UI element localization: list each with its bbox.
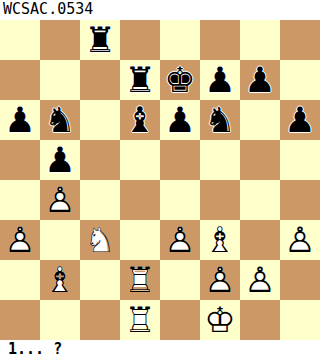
white-pawn[interactable]: ♟♙ bbox=[0, 220, 40, 260]
square-d1[interactable]: ♜♖ bbox=[120, 300, 160, 340]
square-f3[interactable]: ♝♗ bbox=[200, 220, 240, 260]
chess-board: ♜♜♚♟♟♟♞♝♟♞♟♟♟♙♟♙♞♘♟♙♝♗♟♙♝♗♜♖♟♙♟♙♜♖♚♔ bbox=[0, 20, 320, 340]
black-pawn[interactable]: ♟ bbox=[200, 60, 240, 100]
square-g1[interactable] bbox=[240, 300, 280, 340]
square-a2[interactable] bbox=[0, 260, 40, 300]
square-e6[interactable]: ♟ bbox=[160, 100, 200, 140]
black-piece-glyph: ♟ bbox=[240, 60, 280, 100]
white-piece-outline: ♖ bbox=[120, 260, 160, 300]
square-d3[interactable] bbox=[120, 220, 160, 260]
black-knight[interactable]: ♞ bbox=[200, 100, 240, 140]
white-pawn[interactable]: ♟♙ bbox=[160, 220, 200, 260]
square-d2[interactable]: ♜♖ bbox=[120, 260, 160, 300]
square-h4[interactable] bbox=[280, 180, 320, 220]
square-g5[interactable] bbox=[240, 140, 280, 180]
white-piece-outline: ♙ bbox=[40, 180, 80, 220]
black-piece-glyph: ♜ bbox=[120, 60, 160, 100]
square-a6[interactable]: ♟ bbox=[0, 100, 40, 140]
square-e4[interactable] bbox=[160, 180, 200, 220]
black-piece-glyph: ♚ bbox=[160, 60, 200, 100]
white-knight[interactable]: ♞♘ bbox=[80, 220, 120, 260]
square-f5[interactable] bbox=[200, 140, 240, 180]
square-g7[interactable]: ♟ bbox=[240, 60, 280, 100]
square-d8[interactable] bbox=[120, 20, 160, 60]
black-piece-glyph: ♜ bbox=[80, 20, 120, 60]
black-rook[interactable]: ♜ bbox=[120, 60, 160, 100]
square-h2[interactable] bbox=[280, 260, 320, 300]
square-h3[interactable]: ♟♙ bbox=[280, 220, 320, 260]
square-h8[interactable] bbox=[280, 20, 320, 60]
square-b7[interactable] bbox=[40, 60, 80, 100]
white-piece-outline: ♗ bbox=[40, 260, 80, 300]
white-piece-outline: ♙ bbox=[0, 220, 40, 260]
square-d6[interactable]: ♝ bbox=[120, 100, 160, 140]
black-piece-glyph: ♞ bbox=[40, 100, 80, 140]
black-piece-glyph: ♟ bbox=[40, 140, 80, 180]
square-b8[interactable] bbox=[40, 20, 80, 60]
black-piece-glyph: ♝ bbox=[120, 100, 160, 140]
white-piece-outline: ♙ bbox=[240, 260, 280, 300]
white-pawn[interactable]: ♟♙ bbox=[280, 220, 320, 260]
square-b5[interactable]: ♟ bbox=[40, 140, 80, 180]
white-piece-outline: ♙ bbox=[200, 260, 240, 300]
black-rook[interactable]: ♜ bbox=[80, 20, 120, 60]
white-bishop[interactable]: ♝♗ bbox=[40, 260, 80, 300]
square-h7[interactable] bbox=[280, 60, 320, 100]
black-bishop[interactable]: ♝ bbox=[120, 100, 160, 140]
white-piece-outline: ♙ bbox=[160, 220, 200, 260]
square-g6[interactable] bbox=[240, 100, 280, 140]
square-g4[interactable] bbox=[240, 180, 280, 220]
square-a7[interactable] bbox=[0, 60, 40, 100]
black-piece-glyph: ♟ bbox=[200, 60, 240, 100]
black-pawn[interactable]: ♟ bbox=[40, 140, 80, 180]
black-pawn[interactable]: ♟ bbox=[240, 60, 280, 100]
square-c8[interactable]: ♜ bbox=[80, 20, 120, 60]
square-e3[interactable]: ♟♙ bbox=[160, 220, 200, 260]
square-g3[interactable] bbox=[240, 220, 280, 260]
square-c2[interactable] bbox=[80, 260, 120, 300]
square-e5[interactable] bbox=[160, 140, 200, 180]
white-rook[interactable]: ♜♖ bbox=[120, 260, 160, 300]
square-g8[interactable] bbox=[240, 20, 280, 60]
white-pawn[interactable]: ♟♙ bbox=[240, 260, 280, 300]
black-piece-glyph: ♟ bbox=[160, 100, 200, 140]
square-e1[interactable] bbox=[160, 300, 200, 340]
square-a4[interactable] bbox=[0, 180, 40, 220]
square-d7[interactable]: ♜ bbox=[120, 60, 160, 100]
square-e2[interactable] bbox=[160, 260, 200, 300]
white-pawn[interactable]: ♟♙ bbox=[40, 180, 80, 220]
black-knight[interactable]: ♞ bbox=[40, 100, 80, 140]
square-b3[interactable] bbox=[40, 220, 80, 260]
white-piece-outline: ♙ bbox=[280, 220, 320, 260]
black-pawn[interactable]: ♟ bbox=[0, 100, 40, 140]
square-b1[interactable] bbox=[40, 300, 80, 340]
square-d5[interactable] bbox=[120, 140, 160, 180]
square-a8[interactable] bbox=[0, 20, 40, 60]
black-pawn[interactable]: ♟ bbox=[160, 100, 200, 140]
move-prompt: 1... ? bbox=[0, 340, 320, 360]
square-f7[interactable]: ♟ bbox=[200, 60, 240, 100]
white-piece-outline: ♘ bbox=[80, 220, 120, 260]
square-b6[interactable]: ♞ bbox=[40, 100, 80, 140]
square-f6[interactable]: ♞ bbox=[200, 100, 240, 140]
square-c6[interactable] bbox=[80, 100, 120, 140]
square-f1[interactable]: ♚♔ bbox=[200, 300, 240, 340]
white-piece-outline: ♖ bbox=[120, 300, 160, 340]
black-piece-glyph: ♟ bbox=[0, 100, 40, 140]
black-king[interactable]: ♚ bbox=[160, 60, 200, 100]
square-c5[interactable] bbox=[80, 140, 120, 180]
white-king[interactable]: ♚♔ bbox=[200, 300, 240, 340]
white-piece-outline: ♔ bbox=[200, 300, 240, 340]
square-d4[interactable] bbox=[120, 180, 160, 220]
square-a5[interactable] bbox=[0, 140, 40, 180]
square-b4[interactable]: ♟♙ bbox=[40, 180, 80, 220]
black-piece-glyph: ♞ bbox=[200, 100, 240, 140]
square-g2[interactable]: ♟♙ bbox=[240, 260, 280, 300]
square-h5[interactable] bbox=[280, 140, 320, 180]
white-pawn[interactable]: ♟♙ bbox=[200, 260, 240, 300]
white-rook[interactable]: ♜♖ bbox=[120, 300, 160, 340]
square-f2[interactable]: ♟♙ bbox=[200, 260, 240, 300]
square-h6[interactable]: ♟ bbox=[280, 100, 320, 140]
square-f8[interactable] bbox=[200, 20, 240, 60]
square-f4[interactable] bbox=[200, 180, 240, 220]
square-h1[interactable] bbox=[280, 300, 320, 340]
diagram-title: WCSAC.0534 bbox=[0, 0, 320, 20]
square-b2[interactable]: ♝♗ bbox=[40, 260, 80, 300]
chess-diagram-window: WCSAC.0534 ♜♜♚♟♟♟♞♝♟♞♟♟♟♙♟♙♞♘♟♙♝♗♟♙♝♗♜♖♟… bbox=[0, 0, 320, 360]
black-piece-glyph: ♟ bbox=[280, 100, 320, 140]
square-c4[interactable] bbox=[80, 180, 120, 220]
white-bishop[interactable]: ♝♗ bbox=[200, 220, 240, 260]
square-e8[interactable] bbox=[160, 20, 200, 60]
square-c1[interactable] bbox=[80, 300, 120, 340]
square-e7[interactable]: ♚ bbox=[160, 60, 200, 100]
square-c3[interactable]: ♞♘ bbox=[80, 220, 120, 260]
square-a1[interactable] bbox=[0, 300, 40, 340]
white-piece-outline: ♗ bbox=[200, 220, 240, 260]
square-c7[interactable] bbox=[80, 60, 120, 100]
square-a3[interactable]: ♟♙ bbox=[0, 220, 40, 260]
black-pawn[interactable]: ♟ bbox=[280, 100, 320, 140]
